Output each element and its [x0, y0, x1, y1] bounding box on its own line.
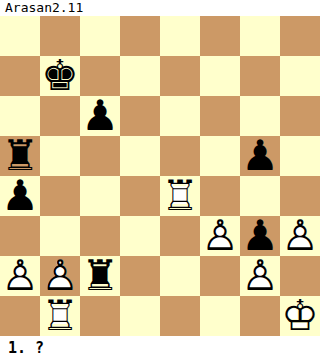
- square-d2[interactable]: [120, 256, 160, 296]
- white-rook[interactable]: ♜♖: [40, 296, 80, 336]
- square-d3[interactable]: [120, 216, 160, 256]
- square-c3[interactable]: [80, 216, 120, 256]
- window-title: Arasan2.11: [0, 0, 320, 16]
- white-pawn[interactable]: ♟♙: [40, 256, 80, 296]
- square-b2[interactable]: ♟♙: [40, 256, 80, 296]
- white-pawn[interactable]: ♟♙: [280, 216, 320, 256]
- square-a3[interactable]: [0, 216, 40, 256]
- piece-outline-glyph: ♙: [280, 216, 320, 256]
- square-f6[interactable]: [200, 96, 240, 136]
- square-f8[interactable]: [200, 16, 240, 56]
- white-king[interactable]: ♚♔: [280, 296, 320, 336]
- square-f2[interactable]: [200, 256, 240, 296]
- piece-outline-glyph: ♙: [200, 216, 240, 256]
- square-e2[interactable]: [160, 256, 200, 296]
- piece-outline-glyph: ♔: [280, 296, 320, 336]
- square-e7[interactable]: [160, 56, 200, 96]
- square-f4[interactable]: [200, 176, 240, 216]
- square-g4[interactable]: [240, 176, 280, 216]
- square-e3[interactable]: [160, 216, 200, 256]
- square-h2[interactable]: [280, 256, 320, 296]
- square-a5[interactable]: ♜: [0, 136, 40, 176]
- square-e6[interactable]: [160, 96, 200, 136]
- square-d6[interactable]: [120, 96, 160, 136]
- square-a4[interactable]: ♟: [0, 176, 40, 216]
- black-rook[interactable]: ♜: [80, 256, 120, 296]
- square-e1[interactable]: [160, 296, 200, 336]
- square-g1[interactable]: [240, 296, 280, 336]
- square-d8[interactable]: [120, 16, 160, 56]
- square-f3[interactable]: ♟♙: [200, 216, 240, 256]
- square-d1[interactable]: [120, 296, 160, 336]
- square-h8[interactable]: [280, 16, 320, 56]
- piece-outline-glyph: ♙: [240, 256, 280, 296]
- square-b4[interactable]: [40, 176, 80, 216]
- square-g2[interactable]: ♟♙: [240, 256, 280, 296]
- square-a1[interactable]: [0, 296, 40, 336]
- square-d5[interactable]: [120, 136, 160, 176]
- piece-outline-glyph: ♙: [40, 256, 80, 296]
- white-rook[interactable]: ♜♖: [160, 176, 200, 216]
- square-e4[interactable]: ♜♖: [160, 176, 200, 216]
- square-a2[interactable]: ♟♙: [0, 256, 40, 296]
- square-d4[interactable]: [120, 176, 160, 216]
- square-c8[interactable]: [80, 16, 120, 56]
- square-h3[interactable]: ♟♙: [280, 216, 320, 256]
- square-b7[interactable]: ♚: [40, 56, 80, 96]
- square-h1[interactable]: ♚♔: [280, 296, 320, 336]
- white-pawn[interactable]: ♟♙: [200, 216, 240, 256]
- black-rook[interactable]: ♜: [0, 136, 40, 176]
- square-c1[interactable]: [80, 296, 120, 336]
- square-f5[interactable]: [200, 136, 240, 176]
- square-f1[interactable]: [200, 296, 240, 336]
- square-b6[interactable]: [40, 96, 80, 136]
- chess-board: ♚♟♜♟♟♜♖♟♙♟♟♙♟♙♟♙♜♟♙♜♖♚♔: [0, 16, 320, 336]
- square-a6[interactable]: [0, 96, 40, 136]
- black-pawn[interactable]: ♟: [0, 176, 40, 216]
- square-g6[interactable]: [240, 96, 280, 136]
- square-c7[interactable]: [80, 56, 120, 96]
- square-b3[interactable]: [40, 216, 80, 256]
- chess-app-window: Arasan2.11 ♚♟♜♟♟♜♖♟♙♟♟♙♟♙♟♙♜♟♙♜♖♚♔ 1. ?: [0, 0, 320, 360]
- piece-outline-glyph: ♖: [40, 296, 80, 336]
- square-f7[interactable]: [200, 56, 240, 96]
- square-a7[interactable]: [0, 56, 40, 96]
- black-pawn[interactable]: ♟: [80, 96, 120, 136]
- black-pawn[interactable]: ♟: [240, 136, 280, 176]
- square-b5[interactable]: [40, 136, 80, 176]
- piece-outline-glyph: ♙: [0, 256, 40, 296]
- white-pawn[interactable]: ♟♙: [0, 256, 40, 296]
- white-pawn[interactable]: ♟♙: [240, 256, 280, 296]
- square-a8[interactable]: [0, 16, 40, 56]
- square-h5[interactable]: [280, 136, 320, 176]
- square-g8[interactable]: [240, 16, 280, 56]
- square-c4[interactable]: [80, 176, 120, 216]
- black-king[interactable]: ♚: [40, 56, 80, 96]
- square-b1[interactable]: ♜♖: [40, 296, 80, 336]
- square-e5[interactable]: [160, 136, 200, 176]
- square-c6[interactable]: ♟: [80, 96, 120, 136]
- square-g7[interactable]: [240, 56, 280, 96]
- square-b8[interactable]: [40, 16, 80, 56]
- square-c5[interactable]: [80, 136, 120, 176]
- black-pawn[interactable]: ♟: [240, 216, 280, 256]
- square-d7[interactable]: [120, 56, 160, 96]
- square-h6[interactable]: [280, 96, 320, 136]
- square-c2[interactable]: ♜: [80, 256, 120, 296]
- square-e8[interactable]: [160, 16, 200, 56]
- square-g5[interactable]: ♟: [240, 136, 280, 176]
- square-g3[interactable]: ♟: [240, 216, 280, 256]
- square-h7[interactable]: [280, 56, 320, 96]
- square-h4[interactable]: [280, 176, 320, 216]
- piece-outline-glyph: ♖: [160, 176, 200, 216]
